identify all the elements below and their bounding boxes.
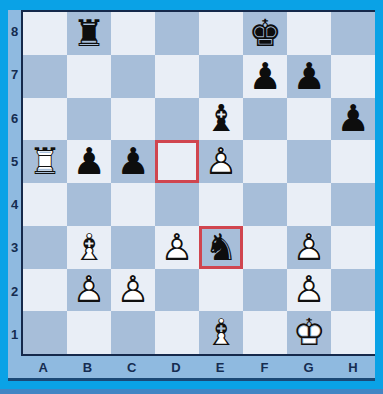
chess-board: ♜♚♟♟♝♟♜♖♟♟♟♙♝♗♟♙♞♟♙♟♙♟♙♟♙♝♗♚♔ [21,10,375,356]
square-f6[interactable] [243,98,287,141]
square-g2[interactable]: ♟♙ [287,269,331,312]
white-king-piece[interactable]: ♚♔ [292,314,325,351]
square-h8[interactable] [331,12,375,55]
square-a5[interactable]: ♜♖ [23,140,67,183]
square-f2[interactable] [243,269,287,312]
square-c6[interactable] [111,98,155,141]
square-c2[interactable]: ♟♙ [111,269,155,312]
white-piece-outline: ♙ [72,268,105,311]
white-pawn-piece[interactable]: ♟♙ [116,271,149,308]
black-pawn-piece[interactable]: ♟ [116,143,149,180]
black-pawn-piece[interactable]: ♟ [72,143,105,180]
square-b6[interactable] [67,98,111,141]
file-label-h: H [331,357,375,378]
black-knight-piece[interactable]: ♞ [204,229,237,266]
file-label-f: F [242,357,286,378]
square-d1[interactable] [155,311,199,354]
square-a2[interactable] [23,269,67,312]
square-e5[interactable]: ♟♙ [199,140,243,183]
black-pawn-piece[interactable]: ♟ [248,58,281,95]
white-piece-outline: ♙ [204,140,237,183]
square-c4[interactable] [111,183,155,226]
square-e3[interactable]: ♞ [199,226,243,269]
square-d6[interactable] [155,98,199,141]
white-rook-piece[interactable]: ♜♖ [28,143,61,180]
square-d5[interactable] [155,140,199,183]
frame-bottom-edge [0,389,383,394]
square-f8[interactable]: ♚ [243,12,287,55]
square-a7[interactable] [23,55,67,98]
square-f4[interactable] [243,183,287,226]
file-label-g: G [287,357,331,378]
square-h3[interactable] [331,226,375,269]
square-b3[interactable]: ♝♗ [67,226,111,269]
rank-labels: 87654321 [8,10,21,356]
white-piece-outline: ♗ [72,226,105,269]
square-b1[interactable] [67,311,111,354]
white-bishop-piece[interactable]: ♝♗ [72,229,105,266]
square-e4[interactable] [199,183,243,226]
square-d3[interactable]: ♟♙ [155,226,199,269]
square-a4[interactable] [23,183,67,226]
square-a8[interactable] [23,12,67,55]
file-label-b: B [65,357,109,378]
black-rook-piece[interactable]: ♜ [72,15,105,52]
square-g7[interactable]: ♟ [287,55,331,98]
square-e8[interactable] [199,12,243,55]
rank-label-8: 8 [8,10,21,53]
square-d2[interactable] [155,269,199,312]
square-d8[interactable] [155,12,199,55]
square-g4[interactable] [287,183,331,226]
square-b8[interactable]: ♜ [67,12,111,55]
square-d7[interactable] [155,55,199,98]
white-pawn-piece[interactable]: ♟♙ [292,229,325,266]
square-b2[interactable]: ♟♙ [67,269,111,312]
board-inner-panel: 87654321 ♜♚♟♟♝♟♜♖♟♟♟♙♝♗♟♙♞♟♙♟♙♟♙♟♙♝♗♚♔ A… [8,10,375,381]
file-label-c: C [110,357,154,378]
white-piece-outline: ♙ [292,268,325,311]
rank-label-5: 5 [8,140,21,183]
square-c3[interactable] [111,226,155,269]
rank-label-7: 7 [8,53,21,96]
white-pawn-piece[interactable]: ♟♙ [72,271,105,308]
white-piece-outline: ♔ [292,311,325,354]
square-c7[interactable] [111,55,155,98]
file-label-e: E [198,357,242,378]
square-c8[interactable] [111,12,155,55]
square-h2[interactable] [331,269,375,312]
rank-label-6: 6 [8,97,21,140]
black-pawn-piece[interactable]: ♟ [292,58,325,95]
white-bishop-piece[interactable]: ♝♗ [204,314,237,351]
square-a6[interactable] [23,98,67,141]
square-h6[interactable]: ♟ [331,98,375,141]
square-b7[interactable] [67,55,111,98]
square-g5[interactable] [287,140,331,183]
square-c5[interactable]: ♟ [111,140,155,183]
square-f5[interactable] [243,140,287,183]
rank-label-4: 4 [8,183,21,226]
rank-label-3: 3 [8,226,21,269]
square-b5[interactable]: ♟ [67,140,111,183]
white-piece-outline: ♖ [28,140,61,183]
square-b4[interactable] [67,183,111,226]
rank-label-2: 2 [8,270,21,313]
square-h7[interactable] [331,55,375,98]
square-a3[interactable] [23,226,67,269]
square-f1[interactable] [243,311,287,354]
white-piece-outline: ♙ [292,226,325,269]
square-e1[interactable]: ♝♗ [199,311,243,354]
white-piece-outline: ♗ [204,311,237,354]
black-pawn-piece[interactable]: ♟ [336,100,369,137]
black-bishop-piece[interactable]: ♝ [204,100,237,137]
white-piece-outline: ♙ [160,226,193,269]
square-d4[interactable] [155,183,199,226]
rank-label-1: 1 [8,313,21,356]
square-g1[interactable]: ♚♔ [287,311,331,354]
square-h5[interactable] [331,140,375,183]
square-g6[interactable] [287,98,331,141]
file-label-a: A [21,357,65,378]
square-c1[interactable] [111,311,155,354]
black-king-piece[interactable]: ♚ [248,15,281,52]
inner-bottom-line [8,378,375,381]
square-g3[interactable]: ♟♙ [287,226,331,269]
white-piece-outline: ♙ [116,268,149,311]
white-pawn-piece[interactable]: ♟♙ [160,229,193,266]
square-g8[interactable] [287,12,331,55]
file-labels: ABCDEFGH [21,357,375,378]
white-pawn-piece[interactable]: ♟♙ [204,143,237,180]
board-frame: 87654321 ♜♚♟♟♝♟♜♖♟♟♟♙♝♗♟♙♞♟♙♟♙♟♙♟♙♝♗♚♔ A… [0,0,383,394]
square-f3[interactable] [243,226,287,269]
square-h1[interactable] [331,311,375,354]
square-e7[interactable] [199,55,243,98]
file-label-d: D [154,357,198,378]
square-a1[interactable] [23,311,67,354]
square-e2[interactable] [199,269,243,312]
white-pawn-piece[interactable]: ♟♙ [292,271,325,308]
square-h4[interactable] [331,183,375,226]
square-e6[interactable]: ♝ [199,98,243,141]
square-f7[interactable]: ♟ [243,55,287,98]
